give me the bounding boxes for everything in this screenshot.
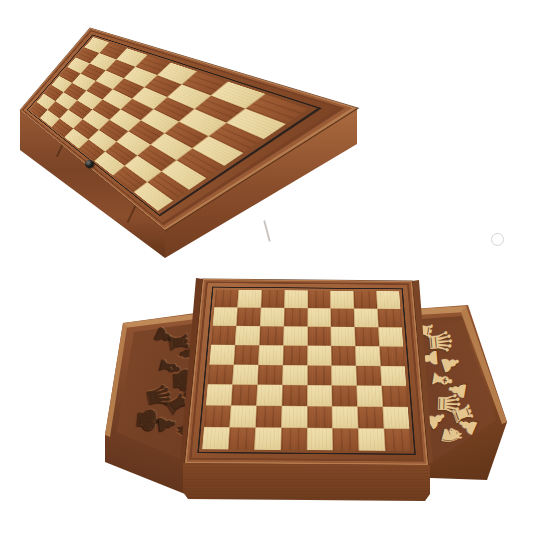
board-square (234, 345, 259, 364)
board-square (261, 290, 284, 308)
board-square (284, 290, 307, 308)
board-square (260, 308, 284, 326)
board-square (233, 365, 258, 385)
board-square (282, 385, 307, 406)
board-square (308, 290, 331, 308)
board-square (356, 346, 380, 365)
board-square (257, 385, 282, 406)
board-square (208, 364, 234, 384)
chessboard-top-view (20, 28, 357, 230)
board-square (231, 385, 257, 406)
board-square (333, 407, 358, 428)
board-square (214, 290, 238, 308)
board-square (202, 427, 229, 449)
board-square (204, 406, 230, 427)
board-square (378, 309, 402, 327)
board-square (354, 291, 377, 309)
board-square (258, 345, 282, 364)
board-square (235, 326, 259, 345)
board-square (332, 346, 356, 365)
product-photo-top-view[interactable] (8, 14, 360, 266)
drawer-seam (263, 220, 271, 242)
board-square (307, 407, 332, 428)
chessboard-grid (202, 290, 411, 451)
product-photo-open-view[interactable]: ♟♜♟♝♚♛♜♟♚♟♞ ♜♛♟♟♝♟♛♜♞♟♟ (100, 272, 512, 520)
board-square (332, 386, 357, 407)
board-square (281, 406, 306, 427)
board-square (307, 365, 331, 385)
board-square (209, 345, 234, 364)
board-square (307, 346, 331, 365)
board-square (307, 428, 332, 450)
board-square (238, 290, 261, 308)
board-square (356, 366, 381, 386)
board-square (358, 407, 384, 428)
board-square (382, 386, 408, 407)
board-square (354, 309, 378, 327)
board-square (281, 428, 307, 450)
board-square (255, 428, 281, 450)
board-square (357, 386, 382, 407)
board-square (284, 308, 307, 326)
board-square (331, 327, 355, 346)
board-square (383, 407, 409, 428)
board-square (283, 327, 307, 346)
board-square (258, 365, 283, 385)
board-square (206, 385, 232, 406)
drawer-knob[interactable] (85, 160, 94, 168)
board-square (282, 365, 306, 385)
board-square (228, 428, 254, 450)
board-square (259, 326, 283, 345)
board-square (332, 366, 356, 386)
board-square (333, 429, 359, 451)
carousel-dot[interactable] (491, 233, 504, 246)
board-square (283, 346, 307, 365)
board-square (380, 346, 405, 365)
board-square (308, 327, 331, 346)
board-square (377, 291, 401, 309)
board-square (307, 386, 332, 407)
board-square (230, 406, 256, 427)
board-square (211, 326, 236, 345)
board-square (359, 429, 385, 451)
board-square (379, 327, 403, 346)
board-square (213, 307, 237, 325)
chessboard-front-view (185, 279, 428, 465)
board-square (237, 308, 261, 326)
board-square (256, 406, 282, 427)
board-square (381, 366, 406, 386)
board-square (384, 429, 411, 451)
board-square (331, 309, 354, 327)
board-square (355, 327, 379, 346)
board-square (308, 308, 331, 326)
board-square (331, 291, 354, 309)
